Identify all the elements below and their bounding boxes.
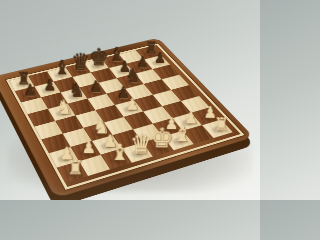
piece-shadow	[76, 146, 97, 158]
piece-shadow	[39, 85, 57, 95]
piece-shadow	[178, 117, 198, 128]
piece-shadow	[169, 135, 190, 147]
piece-shadow	[197, 112, 217, 123]
piece-shadow	[107, 153, 128, 166]
piece-shadow	[122, 77, 140, 86]
piece-shadow	[63, 166, 85, 179]
piece-shadow	[128, 147, 149, 160]
piece-shadow	[208, 124, 229, 135]
piece-shadow	[120, 104, 139, 115]
chess-photo-scene: ♜♝♛♚♝♜♟♟♟♟♟♞♟♞♞♟♟♞♟♟♟♟♟♟♜♝♛♚♝♜	[0, 0, 260, 200]
square-b5: ♞	[48, 104, 76, 121]
piece-shadow	[149, 141, 170, 153]
piece-shadow	[66, 91, 85, 101]
